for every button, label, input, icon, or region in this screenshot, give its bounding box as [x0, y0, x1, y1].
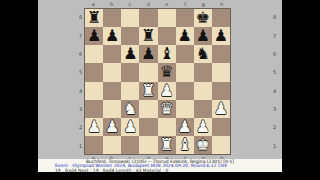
square-g6[interactable]: ♞	[194, 45, 212, 63]
square-b8[interactable]	[103, 9, 121, 27]
coord-label: 2	[272, 118, 277, 136]
square-h5[interactable]	[212, 63, 230, 81]
coord-label: 7	[78, 26, 83, 44]
square-d6[interactable]: ♟	[139, 45, 157, 63]
square-a2[interactable]: ♟	[85, 118, 103, 136]
coord-label: 4	[78, 82, 83, 100]
coord-label: 3	[78, 100, 83, 118]
square-b7[interactable]: ♟	[103, 27, 121, 45]
square-g4[interactable]	[194, 82, 212, 100]
coord-label: e	[158, 1, 176, 7]
white-pawn: ♟	[87, 119, 101, 135]
white-knight: ♞	[123, 101, 137, 117]
square-b2[interactable]: ♟	[103, 118, 121, 136]
square-c1[interactable]	[121, 136, 139, 154]
square-b3[interactable]	[103, 100, 121, 118]
square-h1[interactable]	[212, 136, 230, 154]
square-d8[interactable]	[139, 9, 157, 27]
move-info-line: 19 . Rxd4 Next : 19 . Rad8 Length : 43 M…	[38, 169, 282, 173]
square-f8[interactable]	[176, 9, 194, 27]
white-bishop: ♝	[178, 137, 192, 153]
coord-label: f	[176, 1, 194, 7]
square-a7[interactable]: ♟	[85, 27, 103, 45]
coord-label: 8	[78, 8, 83, 26]
square-a6[interactable]	[85, 45, 103, 63]
square-d2[interactable]	[139, 118, 157, 136]
square-a4[interactable]	[85, 82, 103, 100]
video-frame: abcdefgh 87654321 87654321 abcdefgh ♜♚♟♟…	[0, 0, 320, 180]
white-rook: ♜	[141, 83, 155, 99]
coord-label: h	[213, 1, 231, 7]
white-king: ♚	[196, 137, 210, 153]
square-a3[interactable]	[85, 100, 103, 118]
coord-label: 6	[272, 45, 277, 63]
square-f6[interactable]	[176, 45, 194, 63]
square-b5[interactable]	[103, 63, 121, 81]
coord-label: g	[194, 1, 212, 7]
coord-label: 1	[78, 137, 83, 155]
white-pawn: ♟	[123, 119, 137, 135]
black-rook: ♜	[87, 10, 101, 26]
square-b1[interactable]	[103, 136, 121, 154]
square-d4[interactable]: ♜	[139, 82, 157, 100]
black-pawn: ♟	[123, 46, 137, 62]
coord-label: 1	[272, 137, 277, 155]
square-f7[interactable]: ♟	[176, 27, 194, 45]
square-d3[interactable]	[139, 100, 157, 118]
coord-label: 5	[272, 63, 277, 81]
black-pawn: ♟	[105, 28, 119, 44]
coord-label: 4	[272, 82, 277, 100]
square-c5[interactable]	[121, 63, 139, 81]
square-e6[interactable]: ♝	[158, 45, 176, 63]
square-b6[interactable]	[103, 45, 121, 63]
black-pawn: ♟	[214, 28, 228, 44]
square-h6[interactable]	[212, 45, 230, 63]
square-c3[interactable]: ♞	[121, 100, 139, 118]
square-c7[interactable]	[121, 27, 139, 45]
square-c2[interactable]: ♟	[121, 118, 139, 136]
white-pawn: ♟	[105, 119, 119, 135]
black-pawn: ♟	[196, 28, 210, 44]
square-e5[interactable]: ♛	[158, 63, 176, 81]
coord-label: 8	[272, 8, 277, 26]
black-pawn: ♟	[178, 28, 192, 44]
file-labels-top: abcdefgh	[84, 1, 231, 7]
coord-label: 2	[78, 118, 83, 136]
square-e7[interactable]	[158, 27, 176, 45]
square-g8[interactable]: ♚	[194, 9, 212, 27]
square-h7[interactable]: ♟	[212, 27, 230, 45]
coord-label: 6	[78, 45, 83, 63]
square-d5[interactable]	[139, 63, 157, 81]
square-h2[interactable]	[212, 118, 230, 136]
white-queen: ♛	[159, 101, 173, 117]
coord-label: a	[84, 1, 102, 7]
square-e2[interactable]	[158, 118, 176, 136]
square-h8[interactable]	[212, 9, 230, 27]
square-c6[interactable]: ♟	[121, 45, 139, 63]
square-b4[interactable]	[103, 82, 121, 100]
black-rook: ♜	[141, 28, 155, 44]
square-f1[interactable]: ♝	[176, 136, 194, 154]
coord-label: b	[102, 1, 120, 7]
rank-labels-right: 87654321	[272, 8, 277, 155]
game-caption: Buchfeld, Tomowski (2105) -- Thorud Fokk…	[38, 159, 282, 172]
black-queen: ♛	[159, 64, 173, 80]
white-rook: ♜	[159, 137, 173, 153]
square-e4[interactable]: ♟	[158, 82, 176, 100]
square-g2[interactable]: ♟	[194, 118, 212, 136]
square-h3[interactable]: ♟	[212, 100, 230, 118]
square-e3[interactable]: ♛	[158, 100, 176, 118]
square-f4[interactable]	[176, 82, 194, 100]
chess-board: ♜♚♟♟♜♟♟♟♟♟♝♞♛♜♟♞♛♟♟♟♟♟♟♜♝♚	[84, 8, 231, 155]
coord-label: 5	[78, 63, 83, 81]
square-c4[interactable]	[121, 82, 139, 100]
square-f2[interactable]: ♟	[176, 118, 194, 136]
coord-label: d	[139, 1, 157, 7]
square-e1[interactable]: ♜	[158, 136, 176, 154]
diagram-background: abcdefgh 87654321 87654321 abcdefgh ♜♚♟♟…	[38, 0, 282, 172]
square-d1[interactable]	[139, 136, 157, 154]
white-pawn: ♟	[214, 101, 228, 117]
coord-label: 3	[272, 100, 277, 118]
white-pawn: ♟	[159, 83, 173, 99]
coord-label: 7	[272, 26, 277, 44]
coord-label: c	[121, 1, 139, 7]
square-f5[interactable]	[176, 63, 194, 81]
square-f3[interactable]	[176, 100, 194, 118]
black-pawn: ♟	[87, 28, 101, 44]
white-pawn: ♟	[178, 119, 192, 135]
rank-labels-left: 87654321	[78, 8, 83, 155]
square-g7[interactable]: ♟	[194, 27, 212, 45]
square-a1[interactable]	[85, 136, 103, 154]
square-a8[interactable]: ♜	[85, 9, 103, 27]
black-pawn: ♟	[141, 46, 155, 62]
square-c8[interactable]	[121, 9, 139, 27]
black-king: ♚	[196, 10, 210, 26]
square-g5[interactable]	[194, 63, 212, 81]
black-knight: ♞	[196, 46, 210, 62]
square-h4[interactable]	[212, 82, 230, 100]
square-d7[interactable]: ♜	[139, 27, 157, 45]
black-bishop: ♝	[159, 46, 173, 62]
square-g3[interactable]	[194, 100, 212, 118]
square-a5[interactable]	[85, 63, 103, 81]
square-e8[interactable]	[158, 9, 176, 27]
square-g1[interactable]: ♚	[194, 136, 212, 154]
white-pawn: ♟	[196, 119, 210, 135]
